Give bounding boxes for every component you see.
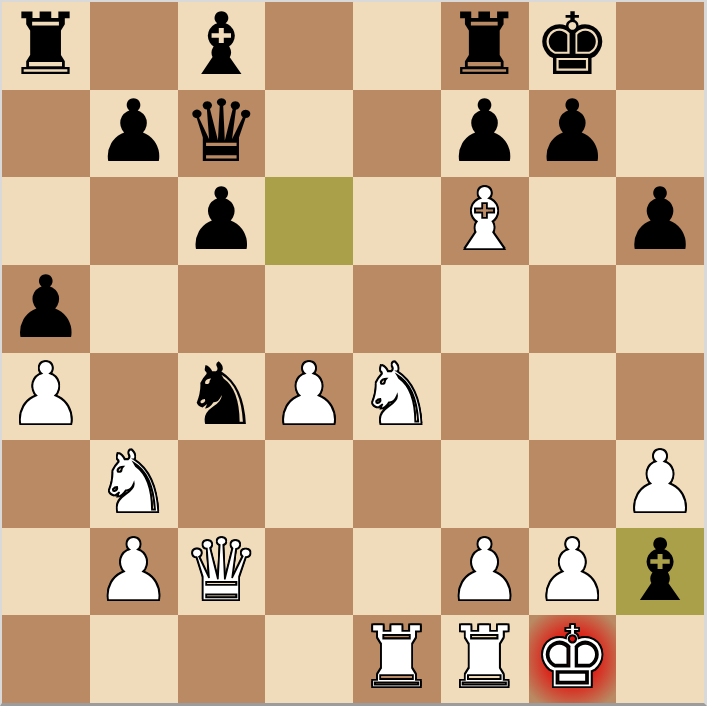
square-d6[interactable]	[265, 177, 353, 265]
square-f3[interactable]	[441, 440, 529, 528]
square-g6[interactable]	[529, 177, 617, 265]
white-king-piece[interactable]: ♚	[534, 615, 611, 700]
square-h7[interactable]	[616, 90, 704, 178]
square-e1[interactable]: ♜	[353, 615, 441, 703]
square-g1[interactable]: ♚	[529, 615, 617, 703]
square-e2[interactable]	[353, 528, 441, 616]
square-d7[interactable]	[265, 90, 353, 178]
square-c3[interactable]	[178, 440, 266, 528]
square-b5[interactable]	[90, 265, 178, 353]
white-pawn-piece[interactable]: ♟	[622, 440, 699, 525]
white-bishop-piece[interactable]: ♝	[446, 177, 523, 262]
white-pawn-piece[interactable]: ♟	[446, 528, 523, 613]
black-rook-piece[interactable]: ♜	[446, 2, 523, 87]
white-rook-piece[interactable]: ♜	[446, 615, 523, 700]
square-a3[interactable]	[2, 440, 90, 528]
square-c1[interactable]	[178, 615, 266, 703]
square-a8[interactable]: ♜	[2, 2, 90, 90]
square-h3[interactable]: ♟	[616, 440, 704, 528]
square-f1[interactable]: ♜	[441, 615, 529, 703]
square-e8[interactable]	[353, 2, 441, 90]
black-pawn-piece[interactable]: ♟	[534, 90, 611, 175]
square-c2[interactable]: ♛	[178, 528, 266, 616]
square-d8[interactable]	[265, 2, 353, 90]
black-bishop-piece[interactable]: ♝	[183, 2, 260, 87]
chess-board-frame: ♜♝♜♚♟♛♟♟♟♝♟♟♟♞♟♞♞♟♟♛♟♟♝♜♜♚	[0, 0, 707, 706]
square-e4[interactable]: ♞	[353, 353, 441, 441]
square-c4[interactable]: ♞	[178, 353, 266, 441]
white-knight-piece[interactable]: ♞	[95, 440, 172, 525]
white-pawn-piece[interactable]: ♟	[7, 353, 84, 438]
square-g4[interactable]	[529, 353, 617, 441]
black-king-piece[interactable]: ♚	[534, 2, 611, 87]
white-rook-piece[interactable]: ♜	[358, 615, 435, 700]
square-f4[interactable]	[441, 353, 529, 441]
white-pawn-piece[interactable]: ♟	[271, 353, 348, 438]
square-b4[interactable]	[90, 353, 178, 441]
square-b7[interactable]: ♟	[90, 90, 178, 178]
square-g5[interactable]	[529, 265, 617, 353]
square-h1[interactable]	[616, 615, 704, 703]
square-c5[interactable]	[178, 265, 266, 353]
square-d3[interactable]	[265, 440, 353, 528]
square-f5[interactable]	[441, 265, 529, 353]
black-pawn-piece[interactable]: ♟	[7, 265, 84, 350]
square-b8[interactable]	[90, 2, 178, 90]
black-bishop-piece[interactable]: ♝	[622, 528, 699, 613]
square-d2[interactable]	[265, 528, 353, 616]
square-a2[interactable]	[2, 528, 90, 616]
white-pawn-piece[interactable]: ♟	[95, 528, 172, 613]
square-g3[interactable]	[529, 440, 617, 528]
square-h4[interactable]	[616, 353, 704, 441]
square-e7[interactable]	[353, 90, 441, 178]
chess-board: ♜♝♜♚♟♛♟♟♟♝♟♟♟♞♟♞♞♟♟♛♟♟♝♜♜♚	[2, 2, 704, 703]
square-g7[interactable]: ♟	[529, 90, 617, 178]
square-h8[interactable]	[616, 2, 704, 90]
square-c8[interactable]: ♝	[178, 2, 266, 90]
square-a7[interactable]	[2, 90, 90, 178]
black-rook-piece[interactable]: ♜	[7, 2, 84, 87]
white-knight-piece[interactable]: ♞	[358, 353, 435, 438]
square-h5[interactable]	[616, 265, 704, 353]
square-b6[interactable]	[90, 177, 178, 265]
white-pawn-piece[interactable]: ♟	[534, 528, 611, 613]
square-a6[interactable]	[2, 177, 90, 265]
black-queen-piece[interactable]: ♛	[183, 90, 260, 175]
square-h6[interactable]: ♟	[616, 177, 704, 265]
square-d1[interactable]	[265, 615, 353, 703]
square-a1[interactable]	[2, 615, 90, 703]
black-knight-piece[interactable]: ♞	[183, 353, 260, 438]
square-h2[interactable]: ♝	[616, 528, 704, 616]
square-a5[interactable]: ♟	[2, 265, 90, 353]
square-e6[interactable]	[353, 177, 441, 265]
square-g8[interactable]: ♚	[529, 2, 617, 90]
square-b2[interactable]: ♟	[90, 528, 178, 616]
square-f6[interactable]: ♝	[441, 177, 529, 265]
square-c7[interactable]: ♛	[178, 90, 266, 178]
square-d5[interactable]	[265, 265, 353, 353]
square-b3[interactable]: ♞	[90, 440, 178, 528]
square-d4[interactable]: ♟	[265, 353, 353, 441]
square-f2[interactable]: ♟	[441, 528, 529, 616]
square-a4[interactable]: ♟	[2, 353, 90, 441]
square-f7[interactable]: ♟	[441, 90, 529, 178]
square-b1[interactable]	[90, 615, 178, 703]
square-g2[interactable]: ♟	[529, 528, 617, 616]
square-f8[interactable]: ♜	[441, 2, 529, 90]
black-pawn-piece[interactable]: ♟	[95, 90, 172, 175]
square-c6[interactable]: ♟	[178, 177, 266, 265]
black-pawn-piece[interactable]: ♟	[446, 90, 523, 175]
square-e3[interactable]	[353, 440, 441, 528]
black-pawn-piece[interactable]: ♟	[183, 177, 260, 262]
square-e5[interactable]	[353, 265, 441, 353]
white-queen-piece[interactable]: ♛	[183, 528, 260, 613]
black-pawn-piece[interactable]: ♟	[622, 177, 699, 262]
